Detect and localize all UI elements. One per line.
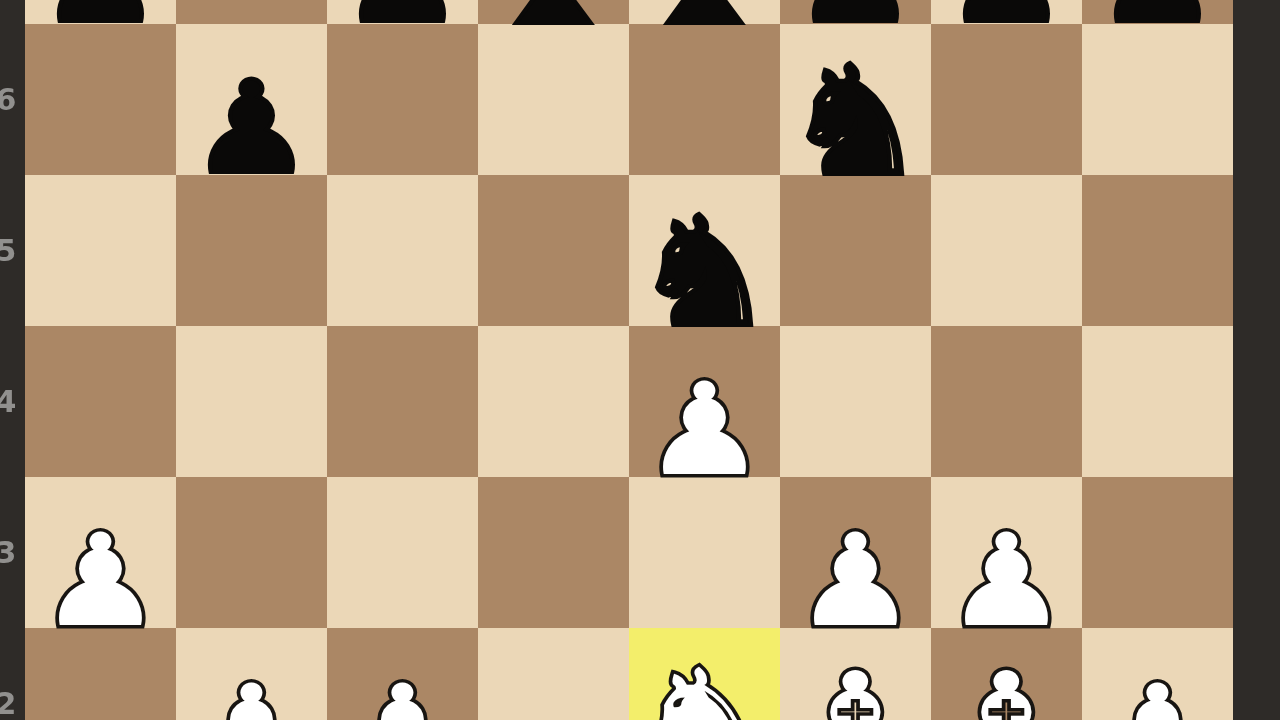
chess-board: ♜♛♚♜♟♟♝♝♟♟♟♟♞♞♟♟♟♟♟♟♞♝♝♟♜♞♛♚♜ <box>25 0 1233 720</box>
square-f4[interactable] <box>780 326 931 477</box>
square-d5[interactable] <box>478 175 629 326</box>
square-b6[interactable]: ♟ <box>176 24 327 175</box>
square-h7[interactable]: ♟ <box>1082 0 1233 24</box>
rank-label-4: 4 <box>0 384 24 419</box>
square-g4[interactable] <box>931 326 1082 477</box>
black-bishop[interactable]: ♝ <box>633 0 776 46</box>
square-a5[interactable] <box>25 175 176 326</box>
white-pawn[interactable]: ♟ <box>39 517 163 645</box>
square-b2[interactable]: ♟ <box>176 628 327 720</box>
rank-label-6: 6 <box>0 82 24 117</box>
square-f6[interactable]: ♞ <box>780 24 931 175</box>
white-bishop[interactable]: ♝ <box>935 653 1078 720</box>
square-h5[interactable] <box>1082 175 1233 326</box>
white-pawn[interactable]: ♟ <box>1096 668 1220 720</box>
square-g2[interactable]: ♝ <box>931 628 1082 720</box>
square-a3[interactable]: ♟ <box>25 477 176 628</box>
square-b3[interactable] <box>176 477 327 628</box>
rank-label-5: 5 <box>0 233 24 268</box>
black-knight[interactable]: ♞ <box>631 197 778 349</box>
black-pawn[interactable]: ♟ <box>341 0 465 41</box>
white-bishop[interactable]: ♝ <box>784 653 927 720</box>
square-g5[interactable] <box>931 175 1082 326</box>
white-pawn[interactable]: ♟ <box>794 517 918 645</box>
square-b7[interactable] <box>176 0 327 24</box>
black-pawn[interactable]: ♟ <box>1096 0 1220 41</box>
square-g3[interactable]: ♟ <box>931 477 1082 628</box>
chess-board-screenshot: ♜♛♚♜♟♟♝♝♟♟♟♟♞♞♟♟♟♟♟♟♞♝♝♟♜♞♛♚♜ 65432 <box>0 0 1280 720</box>
square-h3[interactable] <box>1082 477 1233 628</box>
square-c7[interactable]: ♟ <box>327 0 478 24</box>
square-a4[interactable] <box>25 326 176 477</box>
square-h4[interactable] <box>1082 326 1233 477</box>
white-pawn[interactable]: ♟ <box>190 668 314 720</box>
square-b4[interactable] <box>176 326 327 477</box>
black-knight[interactable]: ♞ <box>782 46 929 198</box>
white-pawn[interactable]: ♟ <box>341 668 465 720</box>
square-d2[interactable] <box>478 628 629 720</box>
white-pawn[interactable]: ♟ <box>945 517 1069 645</box>
rank-label-2: 2 <box>0 686 24 720</box>
square-f7[interactable]: ♟ <box>780 0 931 24</box>
square-e5[interactable]: ♞ <box>629 175 780 326</box>
square-a7[interactable]: ♟ <box>25 0 176 24</box>
square-c3[interactable] <box>327 477 478 628</box>
square-e2[interactable]: ♞ <box>629 628 780 720</box>
square-c2[interactable]: ♟ <box>327 628 478 720</box>
square-c5[interactable] <box>327 175 478 326</box>
square-d3[interactable] <box>478 477 629 628</box>
square-d4[interactable] <box>478 326 629 477</box>
black-pawn[interactable]: ♟ <box>190 64 314 192</box>
square-f2[interactable]: ♝ <box>780 628 931 720</box>
square-d7[interactable]: ♝ <box>478 0 629 24</box>
black-pawn[interactable]: ♟ <box>39 0 163 41</box>
square-c4[interactable] <box>327 326 478 477</box>
black-pawn[interactable]: ♟ <box>945 0 1069 41</box>
white-pawn[interactable]: ♟ <box>643 366 767 494</box>
square-h2[interactable]: ♟ <box>1082 628 1233 720</box>
square-e7[interactable]: ♝ <box>629 0 780 24</box>
square-f3[interactable]: ♟ <box>780 477 931 628</box>
rank-label-3: 3 <box>0 535 24 570</box>
square-g7[interactable]: ♟ <box>931 0 1082 24</box>
black-bishop[interactable]: ♝ <box>482 0 625 46</box>
white-knight[interactable]: ♞ <box>631 650 778 720</box>
